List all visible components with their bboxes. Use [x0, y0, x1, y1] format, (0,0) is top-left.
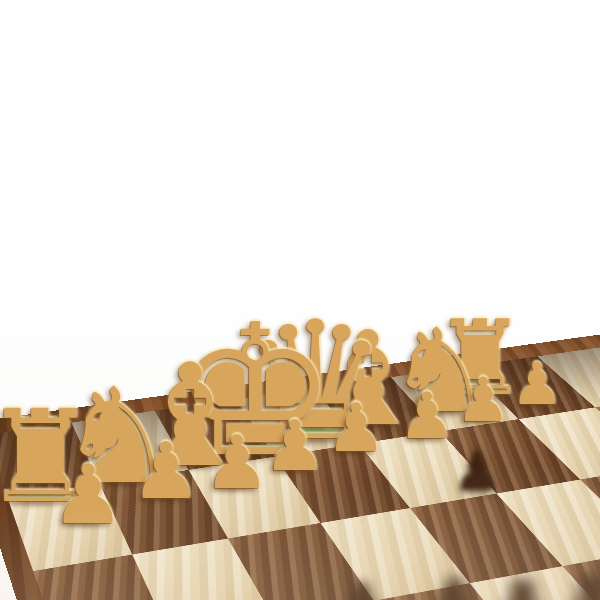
- white-pawn: ♟: [511, 355, 563, 413]
- white-pawn: ♟: [398, 384, 455, 448]
- chess-set-photo: ♜♟♞♟♝♛♟♚♟♝♟♞♟♟♜♟♟♟♟♟♝: [0, 0, 600, 600]
- white-pawn: ♟: [326, 395, 386, 462]
- white-pawn: ♟: [131, 432, 201, 510]
- black-pawn-blurred: ♟: [319, 572, 404, 600]
- white-pawn: ♟: [204, 425, 270, 499]
- white-pawn: ♟: [456, 369, 511, 430]
- white-pawn: ♟: [51, 454, 125, 536]
- black-pawn-blurred: ♟: [453, 445, 501, 499]
- black-bishop-blurred: ♝: [511, 552, 600, 600]
- white-pawn: ♟: [264, 411, 327, 481]
